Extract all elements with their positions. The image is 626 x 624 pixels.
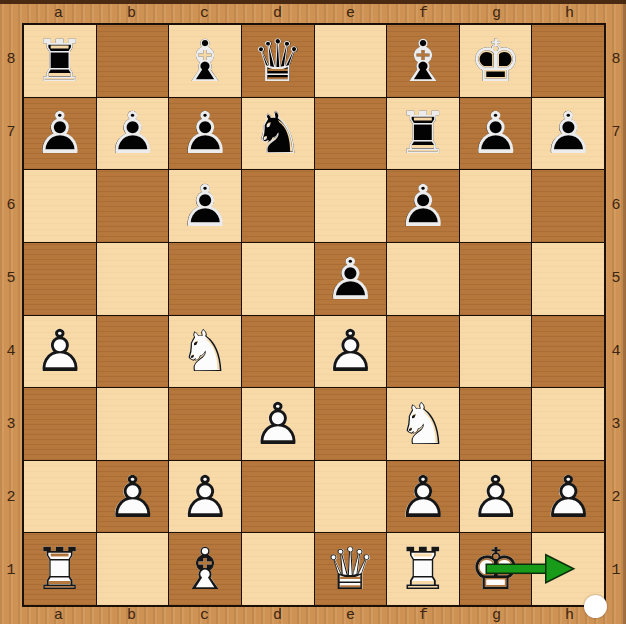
black-bishop-outline: ♗ — [169, 25, 241, 97]
white-rook-fill: ♜ — [387, 533, 459, 605]
white-pawn-outline: ♙ — [315, 316, 387, 388]
rank-label-2: 2 — [0, 461, 22, 534]
square-d3-white-pawn[interactable]: ♟♙ — [242, 388, 314, 460]
square-g7-black-pawn[interactable]: ♟♙ — [460, 98, 532, 170]
square-b7-black-pawn[interactable]: ♟♙ — [97, 98, 169, 170]
file-label-d: d — [241, 3, 314, 23]
chess-board: ♜♖♝♗♛♕♝♗♚♔♟♙♟♙♟♙♞♘♜♖♟♙♟♙♟♙♟♙♟♙♟♙♞♘♟♙♟♙♞♘… — [22, 23, 606, 607]
white-bishop-fill: ♝ — [169, 533, 241, 605]
white-queen-fill: ♛ — [315, 533, 387, 605]
file-label-a: a — [22, 3, 95, 23]
square-h7-black-pawn[interactable]: ♟♙ — [532, 98, 604, 170]
square-a6[interactable] — [24, 170, 96, 242]
white-pawn-fill: ♟ — [24, 316, 96, 388]
square-b5[interactable] — [97, 243, 169, 315]
white-pawn-fill: ♟ — [169, 461, 241, 533]
rank-label-4: 4 — [0, 315, 22, 388]
square-g1-white-king[interactable]: ♚♔ — [460, 533, 532, 605]
square-d4[interactable] — [242, 316, 314, 388]
file-label-h: h — [533, 3, 606, 23]
square-d8-black-queen[interactable]: ♛♕ — [242, 25, 314, 97]
file-label-e: e — [314, 3, 387, 23]
white-queen-outline: ♕ — [315, 533, 387, 605]
white-to-move-indicator — [584, 595, 607, 618]
black-pawn-outline: ♙ — [24, 98, 96, 170]
square-a2[interactable] — [24, 461, 96, 533]
file-label-a: a — [22, 607, 95, 624]
file-label-g: g — [460, 607, 533, 624]
black-pawn-outline: ♙ — [387, 170, 459, 242]
square-a8-black-rook[interactable]: ♜♖ — [24, 25, 96, 97]
black-pawn-fill: ♟ — [532, 98, 604, 170]
square-a1-white-rook[interactable]: ♜♖ — [24, 533, 96, 605]
black-rook-outline: ♖ — [24, 25, 96, 97]
square-d1[interactable] — [242, 533, 314, 605]
square-h6[interactable] — [532, 170, 604, 242]
square-c3[interactable] — [169, 388, 241, 460]
black-rook-fill: ♜ — [387, 98, 459, 170]
black-rook-outline: ♖ — [387, 98, 459, 170]
square-d7-black-knight[interactable]: ♞♘ — [242, 98, 314, 170]
white-pawn-outline: ♙ — [24, 316, 96, 388]
rank-label-8: 8 — [0, 23, 22, 96]
white-pawn-outline: ♙ — [387, 461, 459, 533]
square-d2[interactable] — [242, 461, 314, 533]
square-g3[interactable] — [460, 388, 532, 460]
white-knight-fill: ♞ — [169, 316, 241, 388]
rank-label-6: 6 — [606, 169, 626, 242]
black-pawn-fill: ♟ — [169, 98, 241, 170]
white-rook-fill: ♜ — [24, 533, 96, 605]
black-pawn-fill: ♟ — [169, 170, 241, 242]
rank-labels-left: 87654321 — [0, 23, 22, 607]
file-label-b: b — [95, 3, 168, 23]
black-pawn-outline: ♙ — [532, 98, 604, 170]
file-label-b: b — [95, 607, 168, 624]
black-bishop-fill: ♝ — [169, 25, 241, 97]
square-c1-white-bishop[interactable]: ♝♗ — [169, 533, 241, 605]
rank-labels-right: 87654321 — [606, 23, 626, 607]
rank-label-7: 7 — [0, 96, 22, 169]
square-c4-white-knight[interactable]: ♞♘ — [169, 316, 241, 388]
square-c8-black-bishop[interactable]: ♝♗ — [169, 25, 241, 97]
square-b1[interactable] — [97, 533, 169, 605]
white-pawn-outline: ♙ — [169, 461, 241, 533]
black-pawn-outline: ♙ — [315, 243, 387, 315]
square-a4-white-pawn[interactable]: ♟♙ — [24, 316, 96, 388]
square-a7-black-pawn[interactable]: ♟♙ — [24, 98, 96, 170]
white-knight-outline: ♘ — [169, 316, 241, 388]
square-f7-black-rook[interactable]: ♜♖ — [387, 98, 459, 170]
black-bishop-outline: ♗ — [387, 25, 459, 97]
square-f3-white-knight[interactable]: ♞♘ — [387, 388, 459, 460]
chess-app-window: abcdefgh abcdefgh 87654321 87654321 ♜♖♝♗… — [0, 0, 626, 624]
white-pawn-outline: ♙ — [532, 461, 604, 533]
file-labels-bottom: abcdefgh — [22, 607, 606, 624]
file-label-d: d — [241, 607, 314, 624]
square-d5[interactable] — [242, 243, 314, 315]
square-d6[interactable] — [242, 170, 314, 242]
rank-label-7: 7 — [606, 96, 626, 169]
rank-label-8: 8 — [606, 23, 626, 96]
white-pawn-fill: ♟ — [242, 388, 314, 460]
square-h5[interactable] — [532, 243, 604, 315]
rank-label-5: 5 — [606, 242, 626, 315]
square-b6[interactable] — [97, 170, 169, 242]
square-e5-black-pawn[interactable]: ♟♙ — [315, 243, 387, 315]
square-b2-white-pawn[interactable]: ♟♙ — [97, 461, 169, 533]
black-pawn-outline: ♙ — [97, 98, 169, 170]
black-bishop-fill: ♝ — [387, 25, 459, 97]
white-pawn-fill: ♟ — [532, 461, 604, 533]
square-e7[interactable] — [315, 98, 387, 170]
white-rook-outline: ♖ — [387, 533, 459, 605]
square-f6-black-pawn[interactable]: ♟♙ — [387, 170, 459, 242]
square-h3[interactable] — [532, 388, 604, 460]
rank-label-4: 4 — [606, 315, 626, 388]
rank-label-6: 6 — [0, 169, 22, 242]
black-rook-fill: ♜ — [24, 25, 96, 97]
black-pawn-outline: ♙ — [460, 98, 532, 170]
square-f5[interactable] — [387, 243, 459, 315]
square-e4-white-pawn[interactable]: ♟♙ — [315, 316, 387, 388]
rank-label-1: 1 — [606, 534, 626, 607]
file-label-f: f — [387, 607, 460, 624]
square-f2-white-pawn[interactable]: ♟♙ — [387, 461, 459, 533]
file-label-f: f — [387, 3, 460, 23]
square-e1-white-queen[interactable]: ♛♕ — [315, 533, 387, 605]
white-knight-fill: ♞ — [387, 388, 459, 460]
white-king-fill: ♚ — [460, 533, 532, 605]
black-pawn-fill: ♟ — [24, 98, 96, 170]
black-pawn-fill: ♟ — [97, 98, 169, 170]
black-knight-outline: ♘ — [242, 98, 314, 170]
square-c2-white-pawn[interactable]: ♟♙ — [169, 461, 241, 533]
square-g8-black-king[interactable]: ♚♔ — [460, 25, 532, 97]
black-queen-outline: ♕ — [242, 25, 314, 97]
square-b3[interactable] — [97, 388, 169, 460]
white-pawn-fill: ♟ — [387, 461, 459, 533]
rank-label-2: 2 — [606, 461, 626, 534]
rank-label-5: 5 — [0, 242, 22, 315]
black-pawn-fill: ♟ — [315, 243, 387, 315]
square-e8[interactable] — [315, 25, 387, 97]
square-f1-white-rook[interactable]: ♜♖ — [387, 533, 459, 605]
white-pawn-fill: ♟ — [460, 461, 532, 533]
square-b4[interactable] — [97, 316, 169, 388]
square-e6[interactable] — [315, 170, 387, 242]
white-pawn-outline: ♙ — [97, 461, 169, 533]
square-e3[interactable] — [315, 388, 387, 460]
square-e2[interactable] — [315, 461, 387, 533]
square-c6-black-pawn[interactable]: ♟♙ — [169, 170, 241, 242]
file-label-e: e — [314, 607, 387, 624]
black-knight-fill: ♞ — [242, 98, 314, 170]
square-g4[interactable] — [460, 316, 532, 388]
white-pawn-outline: ♙ — [460, 461, 532, 533]
square-c7-black-pawn[interactable]: ♟♙ — [169, 98, 241, 170]
black-pawn-outline: ♙ — [169, 170, 241, 242]
black-king-outline: ♔ — [460, 25, 532, 97]
square-h4[interactable] — [532, 316, 604, 388]
square-a3[interactable] — [24, 388, 96, 460]
white-rook-outline: ♖ — [24, 533, 96, 605]
file-label-c: c — [168, 607, 241, 624]
black-pawn-outline: ♙ — [169, 98, 241, 170]
square-g2-white-pawn[interactable]: ♟♙ — [460, 461, 532, 533]
square-a5[interactable] — [24, 243, 96, 315]
file-label-c: c — [168, 3, 241, 23]
file-label-g: g — [460, 3, 533, 23]
square-g6[interactable] — [460, 170, 532, 242]
square-h2-white-pawn[interactable]: ♟♙ — [532, 461, 604, 533]
rank-label-3: 3 — [606, 388, 626, 461]
white-pawn-fill: ♟ — [315, 316, 387, 388]
white-knight-outline: ♘ — [387, 388, 459, 460]
square-h8[interactable] — [532, 25, 604, 97]
square-f4[interactable] — [387, 316, 459, 388]
square-c5[interactable] — [169, 243, 241, 315]
rank-label-3: 3 — [0, 388, 22, 461]
file-labels-top: abcdefgh — [22, 3, 606, 23]
white-pawn-fill: ♟ — [97, 461, 169, 533]
rank-label-1: 1 — [0, 534, 22, 607]
black-pawn-fill: ♟ — [387, 170, 459, 242]
square-b8[interactable] — [97, 25, 169, 97]
black-pawn-fill: ♟ — [460, 98, 532, 170]
square-g5[interactable] — [460, 243, 532, 315]
white-bishop-outline: ♗ — [169, 533, 241, 605]
black-king-fill: ♚ — [460, 25, 532, 97]
white-pawn-outline: ♙ — [242, 388, 314, 460]
black-queen-fill: ♛ — [242, 25, 314, 97]
square-f8-black-bishop[interactable]: ♝♗ — [387, 25, 459, 97]
white-king-outline: ♔ — [460, 533, 532, 605]
